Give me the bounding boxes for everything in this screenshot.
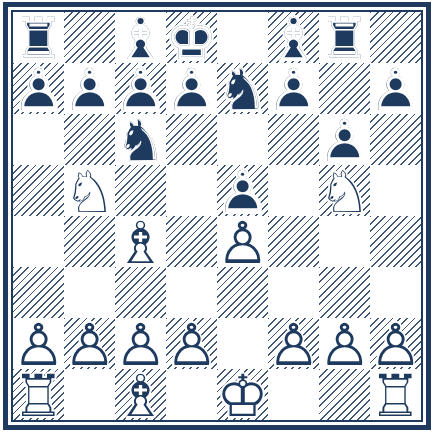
black-bishop-outline: ♗ (115, 10, 167, 68)
black-rook: ♜♖ (13, 12, 64, 63)
white-king-outline: ♔ (217, 367, 269, 425)
black-bishop-silhouette: ♝ (268, 10, 320, 68)
square-g4[interactable] (319, 216, 370, 267)
square-g7[interactable] (319, 63, 370, 114)
black-pawn-outline: ♙ (319, 112, 371, 170)
black-pawn: ♟♙ (166, 63, 217, 114)
square-c6[interactable]: ♞♘ (115, 114, 166, 165)
white-pawn-outline: ♙ (319, 316, 371, 374)
white-pawn: ♟♙ (166, 318, 217, 369)
square-d6[interactable] (166, 114, 217, 165)
black-knight-outline: ♘ (217, 61, 269, 119)
square-c8[interactable]: ♝♗ (115, 12, 166, 63)
white-rook-outline: ♖ (370, 367, 422, 425)
square-h3[interactable] (370, 267, 421, 318)
square-d1[interactable] (166, 369, 217, 420)
black-king: ♚♔ (166, 12, 217, 63)
square-d7[interactable]: ♟♙ (166, 63, 217, 114)
square-d8[interactable]: ♚♔ (166, 12, 217, 63)
black-bishop-outline: ♗ (268, 10, 320, 68)
square-a6[interactable] (13, 114, 64, 165)
black-pawn: ♟♙ (64, 63, 115, 114)
black-pawn: ♟♙ (13, 63, 64, 114)
square-d3[interactable] (166, 267, 217, 318)
square-a3[interactable] (13, 267, 64, 318)
board-inner-border: ♜♖♝♗♚♔♝♗♜♖♟♙♟♙♟♙♟♙♞♘♟♙♟♙♞♘♟♙♞♘♟♙♞♘♝♗♟♙♟♙… (11, 10, 423, 422)
square-e4[interactable]: ♟♙ (217, 216, 268, 267)
white-bishop: ♝♗ (115, 369, 166, 420)
white-pawn-outline: ♙ (64, 316, 116, 374)
white-king: ♚♔ (217, 369, 268, 420)
white-pawn-silhouette: ♟ (370, 316, 422, 374)
white-knight-outline: ♘ (319, 163, 371, 221)
black-pawn-silhouette: ♟ (268, 61, 320, 119)
white-pawn: ♟♙ (319, 318, 370, 369)
square-e1[interactable]: ♚♔ (217, 369, 268, 420)
white-rook: ♜♖ (370, 369, 421, 420)
black-king-outline: ♔ (166, 10, 218, 68)
white-knight: ♞♘ (319, 165, 370, 216)
white-pawn-outline: ♙ (115, 316, 167, 374)
black-pawn: ♟♙ (268, 63, 319, 114)
black-knight: ♞♘ (217, 63, 268, 114)
square-e2[interactable] (217, 318, 268, 369)
black-pawn-silhouette: ♟ (64, 61, 116, 119)
white-knight-outline: ♘ (64, 163, 116, 221)
black-pawn-silhouette: ♟ (370, 61, 422, 119)
black-knight-outline: ♘ (115, 112, 167, 170)
black-pawn-silhouette: ♟ (217, 163, 269, 221)
square-c4[interactable]: ♝♗ (115, 216, 166, 267)
square-a8[interactable]: ♜♖ (13, 12, 64, 63)
white-knight-silhouette: ♞ (64, 163, 116, 221)
square-f4[interactable] (268, 216, 319, 267)
square-f6[interactable] (268, 114, 319, 165)
square-c2[interactable]: ♟♙ (115, 318, 166, 369)
square-b4[interactable] (64, 216, 115, 267)
white-rook-silhouette: ♜ (370, 367, 422, 425)
white-pawn-silhouette: ♟ (217, 214, 269, 272)
white-pawn-silhouette: ♟ (115, 316, 167, 374)
square-d5[interactable] (166, 165, 217, 216)
square-d2[interactable]: ♟♙ (166, 318, 217, 369)
square-a2[interactable]: ♟♙ (13, 318, 64, 369)
black-pawn-outline: ♙ (115, 61, 167, 119)
white-pawn: ♟♙ (370, 318, 421, 369)
square-d4[interactable] (166, 216, 217, 267)
white-pawn-silhouette: ♟ (166, 316, 218, 374)
white-bishop: ♝♗ (115, 216, 166, 267)
white-pawn-outline: ♙ (268, 316, 320, 374)
black-pawn-silhouette: ♟ (319, 112, 371, 170)
white-pawn: ♟♙ (13, 318, 64, 369)
black-rook-outline: ♖ (319, 10, 371, 68)
square-b6[interactable] (64, 114, 115, 165)
white-knight: ♞♘ (64, 165, 115, 216)
square-e7[interactable]: ♞♘ (217, 63, 268, 114)
square-f3[interactable] (268, 267, 319, 318)
square-g1[interactable] (319, 369, 370, 420)
square-h1[interactable]: ♜♖ (370, 369, 421, 420)
black-rook-silhouette: ♜ (13, 10, 65, 68)
square-a5[interactable] (13, 165, 64, 216)
chess-diagram-page: ♜♖♝♗♚♔♝♗♜♖♟♙♟♙♟♙♟♙♞♘♟♙♟♙♞♘♟♙♞♘♟♙♞♘♝♗♟♙♟♙… (0, 0, 434, 432)
square-b7[interactable]: ♟♙ (64, 63, 115, 114)
square-b3[interactable] (64, 267, 115, 318)
black-pawn: ♟♙ (115, 63, 166, 114)
black-rook-silhouette: ♜ (319, 10, 371, 68)
square-c1[interactable]: ♝♗ (115, 369, 166, 420)
square-h4[interactable] (370, 216, 421, 267)
black-knight-silhouette: ♞ (115, 112, 167, 170)
white-knight-silhouette: ♞ (319, 163, 371, 221)
square-b1[interactable] (64, 369, 115, 420)
white-rook-silhouette: ♜ (13, 367, 65, 425)
white-pawn: ♟♙ (268, 318, 319, 369)
black-pawn-outline: ♙ (268, 61, 320, 119)
white-pawn-outline: ♙ (13, 316, 65, 374)
square-f8[interactable]: ♝♗ (268, 12, 319, 63)
black-pawn-outline: ♙ (217, 163, 269, 221)
black-bishop: ♝♗ (268, 12, 319, 63)
square-e3[interactable] (217, 267, 268, 318)
square-g2[interactable]: ♟♙ (319, 318, 370, 369)
black-pawn-silhouette: ♟ (115, 61, 167, 119)
black-knight-silhouette: ♞ (217, 61, 269, 119)
black-king-silhouette: ♚ (166, 10, 218, 68)
square-h2[interactable]: ♟♙ (370, 318, 421, 369)
black-pawn-silhouette: ♟ (166, 61, 218, 119)
square-c3[interactable] (115, 267, 166, 318)
square-f1[interactable] (268, 369, 319, 420)
square-h7[interactable]: ♟♙ (370, 63, 421, 114)
square-c5[interactable] (115, 165, 166, 216)
white-pawn-outline: ♙ (217, 214, 269, 272)
white-pawn-outline: ♙ (166, 316, 218, 374)
square-b5[interactable]: ♞♘ (64, 165, 115, 216)
white-bishop-outline: ♗ (115, 367, 167, 425)
square-a7[interactable]: ♟♙ (13, 63, 64, 114)
black-knight: ♞♘ (115, 114, 166, 165)
white-pawn: ♟♙ (64, 318, 115, 369)
square-g8[interactable]: ♜♖ (319, 12, 370, 63)
white-pawn-silhouette: ♟ (268, 316, 320, 374)
black-pawn: ♟♙ (319, 114, 370, 165)
square-g6[interactable]: ♟♙ (319, 114, 370, 165)
white-bishop-silhouette: ♝ (115, 214, 167, 272)
square-f2[interactable]: ♟♙ (268, 318, 319, 369)
square-h5[interactable] (370, 165, 421, 216)
white-pawn-outline: ♙ (370, 316, 422, 374)
chess-board: ♜♖♝♗♚♔♝♗♜♖♟♙♟♙♟♙♟♙♞♘♟♙♟♙♞♘♟♙♞♘♟♙♞♘♝♗♟♙♟♙… (13, 12, 421, 420)
square-c7[interactable]: ♟♙ (115, 63, 166, 114)
white-pawn-silhouette: ♟ (319, 316, 371, 374)
black-pawn: ♟♙ (370, 63, 421, 114)
square-b8[interactable] (64, 12, 115, 63)
square-f7[interactable]: ♟♙ (268, 63, 319, 114)
square-h8[interactable] (370, 12, 421, 63)
black-bishop: ♝♗ (115, 12, 166, 63)
square-a1[interactable]: ♜♖ (13, 369, 64, 420)
white-bishop-silhouette: ♝ (115, 367, 167, 425)
square-g3[interactable] (319, 267, 370, 318)
square-e6[interactable] (217, 114, 268, 165)
black-pawn-outline: ♙ (370, 61, 422, 119)
square-e5[interactable]: ♟♙ (217, 165, 268, 216)
board-frame: ♜♖♝♗♚♔♝♗♜♖♟♙♟♙♟♙♟♙♞♘♟♙♟♙♞♘♟♙♞♘♟♙♞♘♝♗♟♙♟♙… (3, 2, 431, 430)
white-rook: ♜♖ (13, 369, 64, 420)
white-pawn: ♟♙ (115, 318, 166, 369)
white-rook-outline: ♖ (13, 367, 65, 425)
black-pawn-outline: ♙ (166, 61, 218, 119)
square-a4[interactable] (13, 216, 64, 267)
black-rook-outline: ♖ (13, 10, 65, 68)
black-pawn: ♟♙ (217, 165, 268, 216)
square-b2[interactable]: ♟♙ (64, 318, 115, 369)
white-bishop-outline: ♗ (115, 214, 167, 272)
black-pawn-silhouette: ♟ (13, 61, 65, 119)
black-pawn-outline: ♙ (64, 61, 116, 119)
square-f5[interactable] (268, 165, 319, 216)
black-rook: ♜♖ (319, 12, 370, 63)
square-e8[interactable] (217, 12, 268, 63)
black-pawn-outline: ♙ (13, 61, 65, 119)
white-pawn-silhouette: ♟ (64, 316, 116, 374)
square-g5[interactable]: ♞♘ (319, 165, 370, 216)
white-king-silhouette: ♚ (217, 367, 269, 425)
white-pawn: ♟♙ (217, 216, 268, 267)
square-h6[interactable] (370, 114, 421, 165)
white-pawn-silhouette: ♟ (13, 316, 65, 374)
black-bishop-silhouette: ♝ (115, 10, 167, 68)
